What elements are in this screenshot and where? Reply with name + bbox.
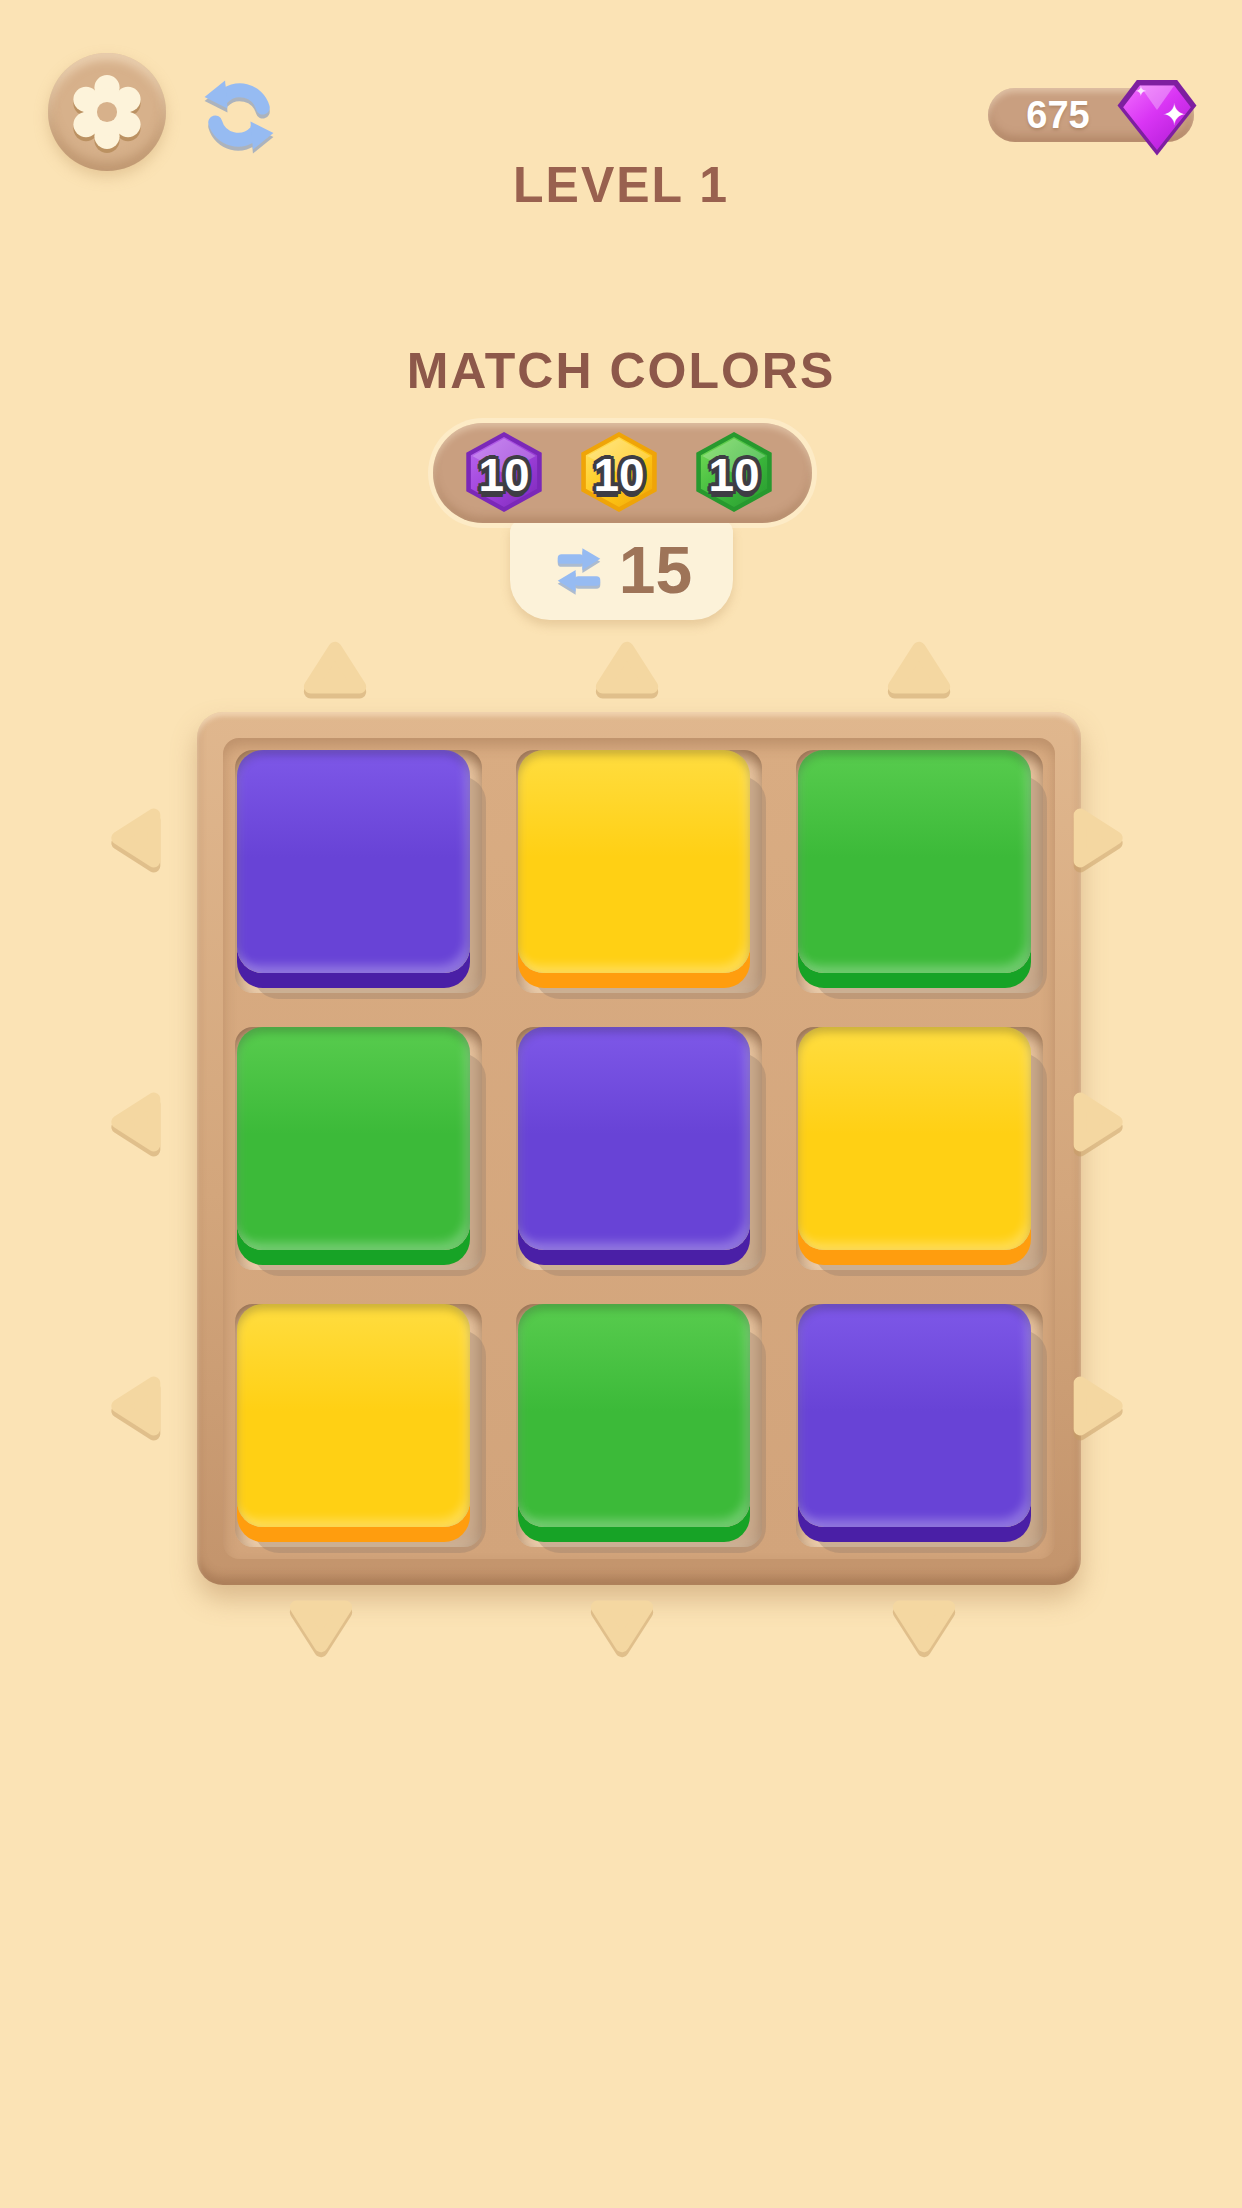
goal-gem-green: 10 — [693, 432, 775, 512]
block-yellow[interactable] — [237, 1304, 470, 1527]
swap-arrows-icon — [551, 542, 607, 598]
gem-icon: ✦ ✦ — [1115, 76, 1199, 158]
goal-gem-count: 10 — [693, 435, 775, 515]
shift-arrow-down-col3[interactable] — [886, 1586, 962, 1662]
goal-gem-purple: 10 — [463, 432, 545, 512]
board-cell-r1c3 — [796, 750, 1043, 993]
board-cell-r3c3 — [796, 1304, 1043, 1547]
level-title: LEVEL 1 — [0, 156, 1242, 214]
shift-arrow-down-col2[interactable] — [584, 1586, 660, 1662]
moves-count: 15 — [619, 532, 692, 608]
block-green[interactable] — [237, 1027, 470, 1250]
goal-title: MATCH COLORS — [0, 342, 1242, 400]
block-green[interactable] — [798, 750, 1031, 973]
restart-button[interactable] — [198, 74, 280, 160]
board-cell-r3c1 — [235, 1304, 482, 1547]
shift-arrow-down-col1[interactable] — [283, 1586, 359, 1662]
gem-counter[interactable]: 675 ✦ ✦ — [988, 88, 1194, 142]
block-purple[interactable] — [237, 750, 470, 973]
board-cell-r2c2 — [516, 1027, 763, 1270]
goal-gem-count: 10 — [463, 435, 545, 515]
shift-arrow-up-col2[interactable] — [589, 632, 665, 708]
gem-count-value: 675 — [988, 88, 1128, 142]
board-cell-r2c3 — [796, 1027, 1043, 1270]
goal-gem-yellow: 10 — [578, 432, 660, 512]
moves-badge: 15 — [510, 520, 733, 620]
shift-arrow-right-row1[interactable] — [1060, 802, 1132, 874]
shift-arrow-up-col1[interactable] — [297, 632, 373, 708]
gem-sparkle-icon: ✦ — [1135, 84, 1147, 98]
board-cell-r1c1 — [235, 750, 482, 993]
board-cell-r3c2 — [516, 1304, 763, 1547]
screen: 675 ✦ ✦ LEVEL 1 MATCH COLORS 101010 15 — [0, 0, 1242, 2208]
goal-gems: 101010 — [433, 423, 812, 523]
shift-arrow-left-row2[interactable] — [102, 1086, 174, 1158]
block-purple[interactable] — [798, 1304, 1031, 1527]
gear-icon — [65, 70, 149, 154]
board-cell-r2c1 — [235, 1027, 482, 1270]
shift-arrow-left-row1[interactable] — [102, 802, 174, 874]
block-green[interactable] — [518, 1304, 751, 1527]
block-purple[interactable] — [518, 1027, 751, 1250]
shift-arrow-right-row3[interactable] — [1060, 1370, 1132, 1442]
shift-arrow-right-row2[interactable] — [1060, 1086, 1132, 1158]
shift-arrow-up-col3[interactable] — [881, 632, 957, 708]
refresh-icon — [198, 74, 280, 156]
board-grid — [223, 738, 1055, 1559]
game-board — [197, 712, 1081, 1585]
block-yellow[interactable] — [518, 750, 751, 973]
board-cell-r1c2 — [516, 750, 763, 993]
settings-button[interactable] — [48, 53, 166, 171]
gem-sparkle-icon: ✦ — [1162, 100, 1187, 130]
shift-arrow-left-row3[interactable] — [102, 1370, 174, 1442]
goal-gem-count: 10 — [578, 435, 660, 515]
block-yellow[interactable] — [798, 1027, 1031, 1250]
